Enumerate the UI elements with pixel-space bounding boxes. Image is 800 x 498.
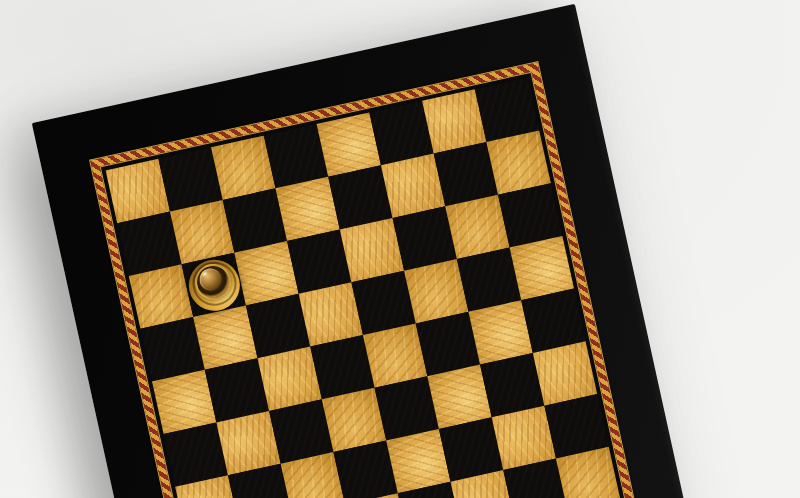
photo-backdrop: ♙: [0, 0, 800, 498]
piece-white-pawn[interactable]: ♙: [182, 253, 246, 317]
chessboard: ♙: [32, 4, 694, 498]
